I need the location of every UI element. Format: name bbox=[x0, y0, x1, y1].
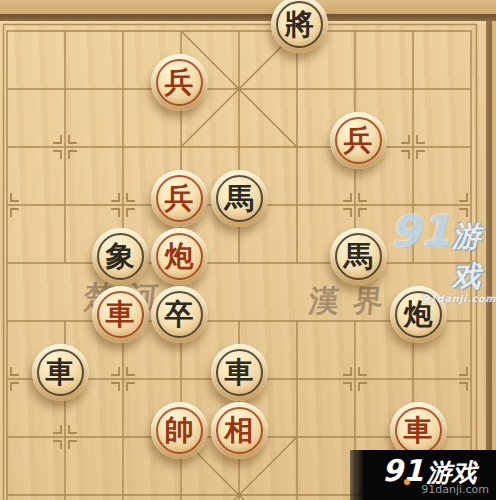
piece-character: 兵 bbox=[165, 184, 194, 213]
piece-character: 車 bbox=[46, 358, 75, 387]
piece-character: 車 bbox=[225, 358, 254, 387]
xiangqi-board[interactable]: 楚河 漢界 將兵兵兵馬象炮馬車卒炮車車帥相車 91 游戏 91danji.com… bbox=[0, 0, 496, 500]
watermark-bar-91danji: 91 游戏 91danji.com bbox=[350, 450, 496, 500]
piece-character: 相 bbox=[225, 416, 254, 445]
piece-character: 車 bbox=[404, 416, 433, 445]
piece-black-horse[interactable]: 馬 bbox=[211, 170, 268, 227]
piece-red-chariot[interactable]: 車 bbox=[92, 286, 149, 343]
watermark-bar-brand-number: 91 bbox=[382, 453, 424, 488]
watermark-bar-site-url: 91danji.com bbox=[421, 483, 489, 496]
piece-red-cannon[interactable]: 炮 bbox=[151, 228, 208, 285]
river-label-han-jie: 漢界 bbox=[307, 281, 399, 322]
piece-character: 兵 bbox=[344, 126, 373, 155]
piece-black-elephant[interactable]: 象 bbox=[92, 228, 149, 285]
piece-red-elephant[interactable]: 相 bbox=[211, 402, 268, 459]
piece-character: 帥 bbox=[165, 416, 194, 445]
piece-red-soldier[interactable]: 兵 bbox=[151, 170, 208, 227]
piece-black-chariot[interactable]: 車 bbox=[211, 344, 268, 401]
piece-character: 馬 bbox=[344, 242, 373, 271]
piece-character: 卒 bbox=[165, 300, 194, 329]
piece-black-horse[interactable]: 馬 bbox=[330, 228, 387, 285]
piece-red-soldier[interactable]: 兵 bbox=[330, 112, 387, 169]
piece-red-general[interactable]: 帥 bbox=[151, 402, 208, 459]
piece-red-soldier[interactable]: 兵 bbox=[151, 54, 208, 111]
piece-character: 車 bbox=[106, 300, 135, 329]
piece-character: 炮 bbox=[404, 300, 433, 329]
piece-black-general[interactable]: 將 bbox=[271, 0, 328, 53]
piece-character: 象 bbox=[106, 242, 135, 271]
piece-character: 炮 bbox=[165, 242, 194, 271]
piece-black-soldier[interactable]: 卒 bbox=[151, 286, 208, 343]
piece-black-chariot[interactable]: 車 bbox=[32, 344, 89, 401]
piece-character: 將 bbox=[285, 10, 314, 39]
piece-black-cannon[interactable]: 炮 bbox=[390, 286, 447, 343]
piece-character: 馬 bbox=[225, 184, 254, 213]
piece-character: 兵 bbox=[165, 68, 194, 97]
